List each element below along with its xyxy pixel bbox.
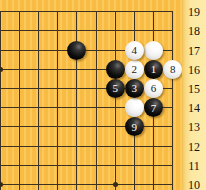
stone-S17[interactable] [144, 41, 163, 60]
stone-S15-move-6[interactable]: 6 [144, 79, 163, 98]
row-label-18: 18 [182, 25, 206, 38]
row-label-19: 19 [182, 6, 206, 19]
stone-Q16[interactable] [106, 60, 125, 79]
go-diagram-screenshot: 123456789 19181716151413121110 [0, 0, 206, 190]
row-label-17: 17 [182, 45, 206, 58]
row-label-10: 10 [182, 179, 206, 190]
row-label-11: 11 [182, 160, 206, 173]
stone-R14[interactable] [125, 98, 144, 117]
stone-Q15-move-5[interactable]: 5 [106, 79, 125, 98]
stone-R17-move-4[interactable]: 4 [125, 41, 144, 60]
stone-S14-move-7[interactable]: 7 [144, 98, 163, 117]
go-board[interactable]: 123456789 [0, 0, 206, 190]
stone-O17[interactable] [67, 41, 86, 60]
stone-R15-move-3[interactable]: 3 [125, 79, 144, 98]
stone-T16-move-8[interactable]: 8 [163, 60, 182, 79]
coordinate-strip: 19181716151413121110 [182, 0, 206, 190]
stones-grid: 123456789 [0, 2, 182, 190]
row-label-13: 13 [182, 121, 206, 134]
stone-S16-move-1[interactable]: 1 [144, 60, 163, 79]
stone-R16-move-2[interactable]: 2 [125, 60, 144, 79]
row-label-15: 15 [182, 83, 206, 96]
stone-R13-move-9[interactable]: 9 [125, 117, 144, 136]
row-label-16: 16 [182, 64, 206, 77]
row-label-14: 14 [182, 102, 206, 115]
row-label-12: 12 [182, 141, 206, 154]
